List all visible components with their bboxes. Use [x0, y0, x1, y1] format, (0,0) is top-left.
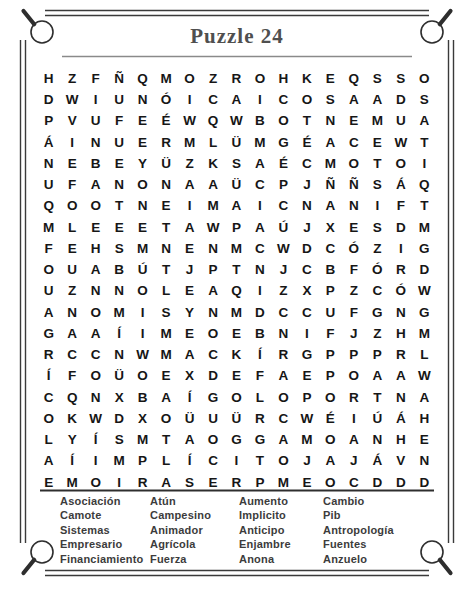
- word-list-item: Atún: [150, 495, 239, 509]
- grid-cell: G: [248, 429, 271, 450]
- grid-cell: P: [201, 259, 224, 280]
- grid-cell: M: [366, 111, 389, 132]
- grid-cell: W: [131, 344, 154, 365]
- grid-cell: Z: [366, 238, 389, 259]
- grid-cell: I: [178, 196, 201, 217]
- grid-cell: Z: [60, 281, 83, 302]
- grid-cell: É: [154, 111, 177, 132]
- grid-cell: D: [366, 472, 389, 493]
- grid-cell: S: [178, 472, 201, 493]
- grid-cell: Ó: [366, 259, 389, 280]
- grid-cell: I: [225, 451, 248, 472]
- grid-cell: D: [37, 89, 60, 110]
- grid-cell: X: [295, 281, 318, 302]
- grid-cell: D: [248, 302, 271, 323]
- grid-cell: A: [272, 366, 295, 387]
- grid-cell: W: [84, 408, 107, 429]
- grid-cell: H: [84, 238, 107, 259]
- grid-cell: E: [154, 196, 177, 217]
- grid-cell: M: [413, 323, 436, 344]
- grid-cell: Ñ: [107, 68, 130, 89]
- grid-cell: U: [84, 111, 107, 132]
- grid-cell: W: [389, 132, 412, 153]
- grid-cell: C: [37, 387, 60, 408]
- grid-cell: O: [272, 451, 295, 472]
- grid-cell: C: [201, 89, 224, 110]
- grid-cell: A: [37, 302, 60, 323]
- grid-cell: E: [37, 472, 60, 493]
- grid-cell: O: [201, 323, 224, 344]
- grid-cell: A: [248, 217, 271, 238]
- grid-cell: T: [225, 259, 248, 280]
- grid-cell: I: [178, 89, 201, 110]
- grid-cell: E: [413, 429, 436, 450]
- grid-cell: H: [37, 68, 60, 89]
- grid-cell: M: [225, 302, 248, 323]
- grid-cell: T: [154, 429, 177, 450]
- grid-cell: O: [154, 408, 177, 429]
- grid-cell: M: [413, 217, 436, 238]
- grid-cell: N: [201, 302, 224, 323]
- grid-cell: B: [107, 259, 130, 280]
- grid-cell: A: [389, 366, 412, 387]
- grid-cell: L: [154, 281, 177, 302]
- grid-cell: F: [60, 174, 83, 195]
- grid-cell: Á: [37, 132, 60, 153]
- grid-cell: R: [389, 344, 412, 365]
- grid-cell: R: [37, 344, 60, 365]
- grid-cell: X: [319, 217, 342, 238]
- grid-cell: O: [272, 111, 295, 132]
- grid-cell: T: [248, 451, 271, 472]
- grid-cell: G: [413, 238, 436, 259]
- grid-cell: R: [342, 387, 365, 408]
- grid-cell: Z: [201, 68, 224, 89]
- grid-cell: P: [366, 344, 389, 365]
- grid-cell: N: [84, 281, 107, 302]
- grid-cell: A: [84, 259, 107, 280]
- grid-cell: Ü: [154, 153, 177, 174]
- grid-cell: Ü: [225, 174, 248, 195]
- grid-cell: K: [225, 344, 248, 365]
- grid-cell: T: [366, 153, 389, 174]
- grid-cell: D: [201, 366, 224, 387]
- grid-cell: P: [342, 344, 365, 365]
- grid-cell: P: [319, 281, 342, 302]
- grid-cell: C: [342, 472, 365, 493]
- grid-cell: C: [60, 344, 83, 365]
- grid-cell: H: [389, 323, 412, 344]
- grid-cell: A: [178, 344, 201, 365]
- grid-cell: P: [225, 217, 248, 238]
- word-list-item: Aumento: [239, 495, 323, 509]
- grid-cell: F: [37, 238, 60, 259]
- grid-cell: I: [413, 153, 436, 174]
- grid-cell: O: [201, 429, 224, 450]
- grid-cell: O: [248, 68, 271, 89]
- word-list-item: Fuerza: [150, 553, 239, 567]
- grid-cell: N: [131, 196, 154, 217]
- grid-cell: P: [272, 174, 295, 195]
- grid-cell: É: [272, 153, 295, 174]
- grid-cell: R: [272, 344, 295, 365]
- grid-cell: F: [342, 259, 365, 280]
- grid-cell: J: [272, 259, 295, 280]
- grid-cell: N: [84, 387, 107, 408]
- grid-cell: U: [319, 302, 342, 323]
- grid-cell: I: [248, 89, 271, 110]
- word-list-item: Implicito: [239, 509, 323, 523]
- grid-cell: O: [295, 89, 318, 110]
- grid-cell: S: [366, 217, 389, 238]
- grid-cell: F: [84, 68, 107, 89]
- word-list-item: Sistemas: [60, 524, 150, 538]
- grid-cell: O: [342, 366, 365, 387]
- grid-cell: N: [84, 132, 107, 153]
- grid-cell: M: [107, 451, 130, 472]
- grid-cell: A: [225, 89, 248, 110]
- grid-cell: M: [107, 302, 130, 323]
- word-list-item: Fuentes: [323, 538, 434, 552]
- grid-cell: I: [60, 132, 83, 153]
- grid-cell: M: [319, 153, 342, 174]
- grid-cell: R: [248, 408, 271, 429]
- grid-cell: I: [389, 238, 412, 259]
- word-list: AsociaciónCamoteSistemasEmpresarioFinanc…: [60, 495, 434, 567]
- grid-cell: Y: [60, 429, 83, 450]
- word-list-item: Camote: [60, 509, 150, 523]
- grid-cell: Ñ: [319, 174, 342, 195]
- grid-cell: O: [131, 174, 154, 195]
- grid-cell: L: [154, 451, 177, 472]
- grid-cell: A: [413, 387, 436, 408]
- grid-cell: N: [107, 344, 130, 365]
- grid-cell: Ü: [225, 408, 248, 429]
- grid-cell: E: [84, 217, 107, 238]
- grid-cell: N: [201, 238, 224, 259]
- grid-cell: D: [107, 408, 130, 429]
- grid-cell: A: [154, 387, 177, 408]
- word-list-item: Pib: [323, 509, 434, 523]
- grid-cell: T: [413, 132, 436, 153]
- grid-cell: N: [248, 259, 271, 280]
- grid-cell: M: [60, 472, 83, 493]
- grid-cell: S: [154, 302, 177, 323]
- grid-cell: O: [225, 387, 248, 408]
- grid-cell: O: [131, 366, 154, 387]
- grid-cell: N: [107, 281, 130, 302]
- grid-cell: E: [225, 323, 248, 344]
- grid-cell: E: [131, 111, 154, 132]
- grid-cell: O: [319, 387, 342, 408]
- grid-cell: T: [154, 217, 177, 238]
- grid-cell: Ú: [272, 217, 295, 238]
- grid-cell: Í: [84, 429, 107, 450]
- grid-cell: B: [84, 153, 107, 174]
- grid-cell: S: [225, 153, 248, 174]
- grid-cell: A: [201, 281, 224, 302]
- grid-cell: R: [154, 132, 177, 153]
- grid-cell: C: [342, 132, 365, 153]
- grid-cell: R: [225, 472, 248, 493]
- grid-cell: E: [60, 153, 83, 174]
- grid-cell: Ü: [107, 366, 130, 387]
- grid-cell: X: [107, 387, 130, 408]
- grid-cell: M: [178, 132, 201, 153]
- grid-cell: F: [389, 196, 412, 217]
- grid-cell: W: [178, 111, 201, 132]
- grid-cell: O: [342, 153, 365, 174]
- grid-cell: S: [413, 89, 436, 110]
- grid-cell: O: [84, 196, 107, 217]
- grid-cell: N: [154, 238, 177, 259]
- grid-cell: Q: [37, 196, 60, 217]
- grid-cell: Q: [131, 68, 154, 89]
- grid-cell: É: [319, 408, 342, 429]
- grid-cell: J: [178, 259, 201, 280]
- grid-cell: K: [60, 408, 83, 429]
- grid-cell: I: [342, 408, 365, 429]
- grid-cell: C: [366, 281, 389, 302]
- grid-cell: W: [225, 111, 248, 132]
- grid-cell: Z: [60, 68, 83, 89]
- grid-cell: D: [389, 217, 412, 238]
- grid-cell: A: [154, 472, 177, 493]
- grid-cell: Í: [107, 323, 130, 344]
- grid-cell: P: [37, 111, 60, 132]
- letter-grid: HZFÑQMOZROHKEQSSODWIUNÓICAICOSAADSPVUFEÉ…: [37, 68, 436, 493]
- grid-cell: M: [131, 429, 154, 450]
- grid-cell: F: [319, 323, 342, 344]
- grid-cell: Z: [178, 153, 201, 174]
- grid-cell: Í: [178, 451, 201, 472]
- grid-cell: Q: [60, 387, 83, 408]
- grid-cell: J: [295, 174, 318, 195]
- grid-cell: J: [342, 451, 365, 472]
- grid-cell: X: [131, 408, 154, 429]
- grid-cell: W: [201, 217, 224, 238]
- grid-cell: Z: [366, 323, 389, 344]
- grid-cell: O: [37, 259, 60, 280]
- word-list-item: Financiamiento: [60, 553, 150, 567]
- grid-cell: L: [248, 387, 271, 408]
- grid-cell: N: [131, 89, 154, 110]
- grid-cell: J: [342, 323, 365, 344]
- grid-cell: O: [272, 387, 295, 408]
- grid-cell: M: [154, 344, 177, 365]
- grid-cell: P: [319, 344, 342, 365]
- grid-cell: M: [131, 238, 154, 259]
- grid-cell: A: [272, 429, 295, 450]
- grid-cell: X: [178, 366, 201, 387]
- grid-cell: D: [413, 472, 436, 493]
- grid-cell: U: [389, 111, 412, 132]
- grid-cell: E: [178, 323, 201, 344]
- grid-cell: N: [389, 387, 412, 408]
- grid-cell: R: [225, 68, 248, 89]
- grid-cell: M: [201, 196, 224, 217]
- grid-cell: W: [413, 281, 436, 302]
- grid-cell: S: [319, 89, 342, 110]
- grid-cell: N: [37, 153, 60, 174]
- word-list-item: Animador: [150, 524, 239, 538]
- grid-cell: D: [389, 89, 412, 110]
- grid-cell: E: [131, 132, 154, 153]
- grid-cell: O: [37, 408, 60, 429]
- word-list-item: Cambio: [323, 495, 434, 509]
- grid-cell: U: [37, 281, 60, 302]
- grid-cell: G: [413, 302, 436, 323]
- grid-cell: Á: [389, 408, 412, 429]
- grid-cell: E: [295, 472, 318, 493]
- grid-cell: Ú: [366, 408, 389, 429]
- grid-cell: M: [248, 132, 271, 153]
- grid-cell: O: [413, 68, 436, 89]
- puzzle-page: Puzzle 24 HZFÑQMOZROHKEQSSODWIUNÓICAICOS…: [0, 0, 474, 589]
- grid-cell: K: [201, 153, 224, 174]
- grid-cell: C: [272, 89, 295, 110]
- word-list-item: Anticipo: [239, 524, 323, 538]
- grid-cell: O: [319, 472, 342, 493]
- grid-cell: N: [154, 174, 177, 195]
- grid-cell: Á: [366, 451, 389, 472]
- grid-cell: G: [272, 132, 295, 153]
- grid-cell: I: [295, 323, 318, 344]
- grid-cell: E: [366, 132, 389, 153]
- grid-cell: C: [319, 238, 342, 259]
- grid-cell: E: [342, 217, 365, 238]
- grid-cell: J: [295, 451, 318, 472]
- word-list-item: Enjambre: [239, 538, 323, 552]
- word-list-item: Antropología: [323, 524, 434, 538]
- grid-cell: E: [107, 153, 130, 174]
- grid-cell: H: [413, 408, 436, 429]
- grid-cell: K: [295, 68, 318, 89]
- grid-cell: N: [342, 196, 365, 217]
- grid-cell: F: [107, 111, 130, 132]
- grid-cell: N: [413, 451, 436, 472]
- grid-cell: V: [60, 111, 83, 132]
- puzzle-title: Puzzle 24: [0, 24, 474, 49]
- grid-cell: N: [389, 302, 412, 323]
- grid-cell: N: [295, 196, 318, 217]
- grid-cell: Ü: [178, 408, 201, 429]
- grid-cell: A: [319, 196, 342, 217]
- grid-cell: E: [60, 238, 83, 259]
- grid-cell: I: [131, 323, 154, 344]
- grid-cell: W: [272, 238, 295, 259]
- grid-cell: P: [319, 366, 342, 387]
- grid-cell: G: [37, 323, 60, 344]
- grid-cell: Ó: [389, 281, 412, 302]
- grid-cell: Z: [342, 281, 365, 302]
- grid-cell: W: [60, 89, 83, 110]
- grid-cell: H: [272, 68, 295, 89]
- grid-cell: I: [107, 472, 130, 493]
- grid-cell: Y: [131, 153, 154, 174]
- grid-cell: Ú: [131, 259, 154, 280]
- grid-cell: N: [366, 429, 389, 450]
- grid-cell: N: [107, 174, 130, 195]
- grid-cell: O: [84, 472, 107, 493]
- grid-cell: T: [154, 259, 177, 280]
- grid-cell: P: [295, 387, 318, 408]
- grid-cell: G: [225, 429, 248, 450]
- grid-cell: A: [319, 451, 342, 472]
- grid-cell: S: [366, 174, 389, 195]
- grid-cell: M: [272, 472, 295, 493]
- grid-cell: A: [84, 174, 107, 195]
- grid-cell: O: [84, 302, 107, 323]
- grid-cell: T: [366, 387, 389, 408]
- grid-cell: C: [272, 408, 295, 429]
- grid-cell: E: [342, 111, 365, 132]
- grid-cell: C: [201, 344, 224, 365]
- grid-cell: I: [84, 89, 107, 110]
- grid-cell: C: [248, 174, 271, 195]
- grid-cell: E: [295, 366, 318, 387]
- grid-cell: N: [272, 323, 295, 344]
- grid-cell: A: [342, 89, 365, 110]
- grid-cell: Í: [178, 387, 201, 408]
- grid-cell: O: [389, 153, 412, 174]
- grid-cell: C: [84, 344, 107, 365]
- grid-cell: C: [272, 302, 295, 323]
- grid-cell: L: [37, 429, 60, 450]
- grid-cell: Ó: [342, 238, 365, 259]
- grid-cell: Í: [60, 451, 83, 472]
- grid-cell: C: [295, 302, 318, 323]
- grid-cell: P: [248, 472, 271, 493]
- grid-cell: T: [413, 196, 436, 217]
- grid-cell: R: [389, 259, 412, 280]
- grid-cell: C: [248, 238, 271, 259]
- grid-cell: L: [201, 132, 224, 153]
- grid-cell: L: [413, 344, 436, 365]
- grid-cell: B: [248, 323, 271, 344]
- grid-cell: I: [248, 281, 271, 302]
- grid-cell: E: [178, 238, 201, 259]
- word-list-item: Anona: [239, 553, 323, 567]
- grid-cell: A: [248, 153, 271, 174]
- grid-cell: U: [37, 174, 60, 195]
- grid-cell: G: [295, 344, 318, 365]
- grid-cell: E: [178, 281, 201, 302]
- grid-cell: G: [201, 387, 224, 408]
- grid-cell: C: [272, 196, 295, 217]
- grid-cell: C: [295, 259, 318, 280]
- grid-cell: A: [225, 196, 248, 217]
- word-list-item: Campesino: [150, 509, 239, 523]
- word-list-item: Anzuelo: [323, 553, 434, 567]
- grid-cell: Ü: [225, 132, 248, 153]
- grid-cell: W: [413, 366, 436, 387]
- grid-cell: U: [60, 259, 83, 280]
- grid-cell: A: [37, 451, 60, 472]
- grid-cell: B: [248, 111, 271, 132]
- grid-cell: O: [178, 68, 201, 89]
- grid-cell: O: [319, 429, 342, 450]
- grid-cell: Ó: [154, 89, 177, 110]
- grid-cell: B: [131, 387, 154, 408]
- grid-cell: B: [319, 259, 342, 280]
- grid-cell: D: [295, 238, 318, 259]
- grid-cell: A: [84, 323, 107, 344]
- grid-cell: A: [178, 174, 201, 195]
- grid-cell: Y: [178, 302, 201, 323]
- grid-cell: S: [107, 238, 130, 259]
- grid-cell: Q: [201, 111, 224, 132]
